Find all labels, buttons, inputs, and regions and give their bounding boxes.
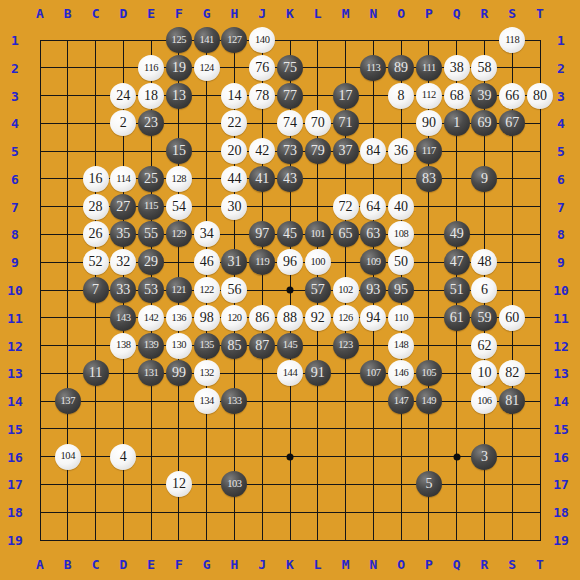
move-number: 105 <box>422 368 437 379</box>
stone-black-B14-move-137: 137 <box>55 388 81 414</box>
col-label-bottom-A: A <box>36 557 44 572</box>
stone-black-L10-move-57: 57 <box>305 277 331 303</box>
row-label-right-3: 3 <box>557 88 565 103</box>
stone-white-D12-move-138: 138 <box>110 333 136 359</box>
col-label-bottom-F: F <box>175 557 183 572</box>
move-number: 72 <box>339 200 353 214</box>
row-label-right-8: 8 <box>557 227 565 242</box>
stone-white-P3-move-112: 112 <box>416 83 442 109</box>
move-number: 34 <box>200 227 214 241</box>
row-label-left-18: 18 <box>7 505 23 520</box>
move-number: 85 <box>227 339 241 353</box>
stone-black-P2-move-111: 111 <box>416 55 442 81</box>
move-number: 37 <box>339 144 353 158</box>
stone-black-N13-move-107: 107 <box>360 360 386 386</box>
col-label-bottom-H: H <box>231 557 239 572</box>
stone-white-K4-move-74: 74 <box>277 110 303 136</box>
stone-black-F13-move-99: 99 <box>166 360 192 386</box>
move-number: 67 <box>505 116 519 130</box>
row-label-left-12: 12 <box>7 338 23 353</box>
stone-black-N2-move-113: 113 <box>360 55 386 81</box>
stone-white-K13-move-144: 144 <box>277 360 303 386</box>
move-number: 69 <box>477 116 491 130</box>
move-number: 48 <box>477 255 491 269</box>
move-number: 98 <box>200 311 214 325</box>
stone-white-R9-move-48: 48 <box>471 249 497 275</box>
move-number: 62 <box>477 339 491 353</box>
move-number: 64 <box>366 200 380 214</box>
row-label-right-18: 18 <box>553 505 569 520</box>
stone-white-D9-move-32: 32 <box>110 249 136 275</box>
move-number: 61 <box>450 311 464 325</box>
move-number: 89 <box>394 61 408 75</box>
stone-white-C8-move-26: 26 <box>83 221 109 247</box>
move-number: 108 <box>394 229 409 240</box>
move-number: 131 <box>144 368 159 379</box>
stone-white-G13-move-132: 132 <box>194 360 220 386</box>
move-number: 128 <box>172 174 187 185</box>
stone-black-M3-move-17: 17 <box>333 83 359 109</box>
stone-white-G11-move-98: 98 <box>194 305 220 331</box>
stone-white-E3-move-18: 18 <box>138 83 164 109</box>
stone-black-J8-move-97: 97 <box>249 221 275 247</box>
grid-line-v-T <box>540 40 541 541</box>
col-label-bottom-K: K <box>286 557 294 572</box>
col-label-top-E: E <box>147 6 155 21</box>
stone-white-M11-move-126: 126 <box>333 305 359 331</box>
move-number: 91 <box>311 366 325 380</box>
move-number: 146 <box>394 368 409 379</box>
stone-black-E6-move-25: 25 <box>138 166 164 192</box>
move-number: 96 <box>283 255 297 269</box>
move-number: 31 <box>227 255 241 269</box>
move-number: 126 <box>338 313 353 324</box>
stone-white-P4-move-90: 90 <box>416 110 442 136</box>
stone-white-H3-move-14: 14 <box>221 83 247 109</box>
stone-white-T3-move-80: 80 <box>527 83 553 109</box>
move-number: 137 <box>60 396 75 407</box>
move-number: 144 <box>283 368 298 379</box>
stone-black-S14-move-81: 81 <box>499 388 525 414</box>
stone-white-J1-move-140: 140 <box>249 27 275 53</box>
stone-black-E12-move-139: 139 <box>138 333 164 359</box>
move-number: 56 <box>227 283 241 297</box>
row-label-left-3: 3 <box>11 88 19 103</box>
move-number: 33 <box>116 283 130 297</box>
stone-black-Q4-move-1: 1 <box>444 110 470 136</box>
col-label-top-C: C <box>92 6 100 21</box>
row-label-left-10: 10 <box>7 283 23 298</box>
move-number: 11 <box>89 366 102 380</box>
stone-black-O2-move-89: 89 <box>388 55 414 81</box>
row-label-left-7: 7 <box>11 199 19 214</box>
move-number: 101 <box>310 229 325 240</box>
star-point-K16 <box>287 453 294 460</box>
col-label-top-D: D <box>119 6 127 21</box>
stone-black-K8-move-45: 45 <box>277 221 303 247</box>
stone-black-K3-move-77: 77 <box>277 83 303 109</box>
move-number: 52 <box>89 255 103 269</box>
stone-white-H5-move-20: 20 <box>221 138 247 164</box>
col-label-top-N: N <box>369 6 377 21</box>
stone-white-G9-move-46: 46 <box>194 249 220 275</box>
stone-black-L13-move-91: 91 <box>305 360 331 386</box>
stone-black-S4-move-67: 67 <box>499 110 525 136</box>
row-label-left-15: 15 <box>7 421 23 436</box>
move-number: 65 <box>339 227 353 241</box>
move-number: 104 <box>60 451 75 462</box>
stone-black-K6-move-43: 43 <box>277 166 303 192</box>
stone-black-E9-move-29: 29 <box>138 249 164 275</box>
col-label-bottom-E: E <box>147 557 155 572</box>
move-number: 123 <box>338 340 353 351</box>
stone-black-H12-move-85: 85 <box>221 333 247 359</box>
stone-white-O8-move-108: 108 <box>388 221 414 247</box>
move-number: 30 <box>227 200 241 214</box>
col-label-top-L: L <box>314 6 322 21</box>
stone-white-D4-move-2: 2 <box>110 110 136 136</box>
stone-white-G2-move-124: 124 <box>194 55 220 81</box>
move-number: 60 <box>505 311 519 325</box>
move-number: 95 <box>394 283 408 297</box>
move-number: 135 <box>199 340 214 351</box>
stone-black-D10-move-33: 33 <box>110 277 136 303</box>
col-label-top-F: F <box>175 6 183 21</box>
star-point-Q16 <box>453 453 460 460</box>
stone-white-J5-move-42: 42 <box>249 138 275 164</box>
move-number: 115 <box>144 201 158 212</box>
move-number: 134 <box>199 396 214 407</box>
col-label-bottom-Q: Q <box>453 557 461 572</box>
move-number: 141 <box>199 35 214 46</box>
move-number: 132 <box>199 368 214 379</box>
stone-black-K2-move-75: 75 <box>277 55 303 81</box>
grid-line-h-14 <box>40 401 541 402</box>
stone-white-R12-move-62: 62 <box>471 333 497 359</box>
move-number: 109 <box>366 257 381 268</box>
stone-white-S11-move-60: 60 <box>499 305 525 331</box>
stone-black-R11-move-59: 59 <box>471 305 497 331</box>
move-number: 38 <box>450 61 464 75</box>
move-number: 71 <box>339 116 353 130</box>
stone-black-E13-move-131: 131 <box>138 360 164 386</box>
move-number: 100 <box>310 257 325 268</box>
col-label-top-J: J <box>258 6 266 21</box>
move-number: 53 <box>144 283 158 297</box>
stone-white-K9-move-96: 96 <box>277 249 303 275</box>
move-number: 43 <box>283 172 297 186</box>
stone-white-C9-move-52: 52 <box>83 249 109 275</box>
move-number: 122 <box>199 285 214 296</box>
col-label-bottom-M: M <box>342 557 350 572</box>
stone-white-S13-move-82: 82 <box>499 360 525 386</box>
move-number: 78 <box>255 89 269 103</box>
move-number: 129 <box>172 229 187 240</box>
move-number: 107 <box>366 368 381 379</box>
stone-black-M8-move-65: 65 <box>333 221 359 247</box>
stone-white-G14-move-134: 134 <box>194 388 220 414</box>
move-number: 103 <box>227 479 242 490</box>
stone-white-L4-move-70: 70 <box>305 110 331 136</box>
stone-black-N10-move-93: 93 <box>360 277 386 303</box>
move-number: 58 <box>477 61 491 75</box>
stone-white-Q3-move-68: 68 <box>444 83 470 109</box>
stone-white-D16-move-4: 4 <box>110 444 136 470</box>
stone-white-J3-move-78: 78 <box>249 83 275 109</box>
stone-white-B16-move-104: 104 <box>55 444 81 470</box>
stone-black-P6-move-83: 83 <box>416 166 442 192</box>
move-number: 25 <box>144 172 158 186</box>
stone-black-Q8-move-49: 49 <box>444 221 470 247</box>
row-label-left-5: 5 <box>11 144 19 159</box>
move-number: 90 <box>422 116 436 130</box>
stone-white-F11-move-136: 136 <box>166 305 192 331</box>
move-number: 12 <box>172 477 186 491</box>
move-number: 114 <box>116 174 130 185</box>
row-label-right-19: 19 <box>553 533 569 548</box>
move-number: 47 <box>450 255 464 269</box>
move-number: 44 <box>227 172 241 186</box>
stone-black-L5-move-79: 79 <box>305 138 331 164</box>
row-label-right-15: 15 <box>553 421 569 436</box>
move-number: 35 <box>116 227 130 241</box>
stone-black-H1-move-127: 127 <box>221 27 247 53</box>
stone-white-M10-move-102: 102 <box>333 277 359 303</box>
move-number: 99 <box>172 366 186 380</box>
move-number: 139 <box>144 340 159 351</box>
stone-black-N8-move-63: 63 <box>360 221 386 247</box>
col-label-bottom-D: D <box>119 557 127 572</box>
stone-black-R6-move-9: 9 <box>471 166 497 192</box>
move-number: 15 <box>172 144 186 158</box>
stone-white-N5-move-84: 84 <box>360 138 386 164</box>
move-number: 133 <box>227 396 242 407</box>
row-label-right-13: 13 <box>553 366 569 381</box>
stone-black-D11-move-143: 143 <box>110 305 136 331</box>
row-label-left-2: 2 <box>11 60 19 75</box>
col-label-top-B: B <box>64 6 72 21</box>
move-number: 84 <box>366 144 380 158</box>
stone-black-E10-move-53: 53 <box>138 277 164 303</box>
row-label-left-9: 9 <box>11 255 19 270</box>
stone-black-Q10-move-51: 51 <box>444 277 470 303</box>
move-number: 118 <box>505 35 519 46</box>
stone-white-Q2-move-38: 38 <box>444 55 470 81</box>
move-number: 19 <box>172 61 186 75</box>
move-number: 149 <box>422 396 437 407</box>
col-label-bottom-C: C <box>92 557 100 572</box>
col-label-bottom-N: N <box>369 557 377 572</box>
move-number: 23 <box>144 116 158 130</box>
row-label-left-8: 8 <box>11 227 19 242</box>
grid-line-h-19 <box>40 540 541 541</box>
stone-black-J12-move-87: 87 <box>249 333 275 359</box>
stone-white-O3-move-8: 8 <box>388 83 414 109</box>
move-number: 76 <box>255 61 269 75</box>
move-number: 57 <box>311 283 325 297</box>
move-number: 145 <box>283 340 298 351</box>
stone-black-J9-move-119: 119 <box>249 249 275 275</box>
col-label-bottom-T: T <box>536 557 544 572</box>
move-number: 54 <box>172 200 186 214</box>
stone-black-F10-move-121: 121 <box>166 277 192 303</box>
grid-line-h-17 <box>40 484 541 485</box>
stone-white-F17-move-12: 12 <box>166 471 192 497</box>
move-number: 9 <box>481 172 488 186</box>
move-number: 32 <box>116 255 130 269</box>
move-number: 106 <box>477 396 492 407</box>
row-label-left-19: 19 <box>7 533 23 548</box>
row-label-right-12: 12 <box>553 338 569 353</box>
row-label-right-4: 4 <box>557 116 565 131</box>
move-number: 45 <box>283 227 297 241</box>
stone-white-N7-move-64: 64 <box>360 194 386 220</box>
row-label-left-17: 17 <box>7 477 23 492</box>
col-label-top-R: R <box>481 6 489 21</box>
stone-white-O5-move-36: 36 <box>388 138 414 164</box>
col-label-top-K: K <box>286 6 294 21</box>
stone-white-H6-move-44: 44 <box>221 166 247 192</box>
col-label-top-G: G <box>203 6 211 21</box>
stone-black-N9-move-109: 109 <box>360 249 386 275</box>
move-number: 82 <box>505 366 519 380</box>
row-label-right-11: 11 <box>553 310 569 325</box>
stone-white-C7-move-28: 28 <box>83 194 109 220</box>
stone-white-O9-move-50: 50 <box>388 249 414 275</box>
star-point-K10 <box>287 287 294 294</box>
move-number: 27 <box>116 200 130 214</box>
move-number: 143 <box>116 313 131 324</box>
move-number: 6 <box>481 283 488 297</box>
move-number: 77 <box>283 89 297 103</box>
stone-black-R4-move-69: 69 <box>471 110 497 136</box>
grid-line-v-A <box>40 40 41 541</box>
row-label-right-6: 6 <box>557 171 565 186</box>
stone-white-E2-move-116: 116 <box>138 55 164 81</box>
move-number: 92 <box>311 311 325 325</box>
stone-white-H4-move-22: 22 <box>221 110 247 136</box>
grid-line-v-J <box>262 40 263 541</box>
move-number: 116 <box>144 63 158 74</box>
row-label-right-5: 5 <box>557 144 565 159</box>
stone-white-H11-move-120: 120 <box>221 305 247 331</box>
move-number: 55 <box>144 227 158 241</box>
stone-black-F5-move-15: 15 <box>166 138 192 164</box>
move-number: 8 <box>398 89 405 103</box>
move-number: 142 <box>144 313 159 324</box>
move-number: 14 <box>227 89 241 103</box>
stone-black-P14-move-149: 149 <box>416 388 442 414</box>
stone-white-F6-move-128: 128 <box>166 166 192 192</box>
stone-black-C13-move-11: 11 <box>83 360 109 386</box>
stone-black-K12-move-145: 145 <box>277 333 303 359</box>
stone-white-N11-move-94: 94 <box>360 305 386 331</box>
stone-white-O7-move-40: 40 <box>388 194 414 220</box>
stone-black-M4-move-71: 71 <box>333 110 359 136</box>
stone-black-M5-move-37: 37 <box>333 138 359 164</box>
move-number: 124 <box>199 63 214 74</box>
stone-black-R16-move-3: 3 <box>471 444 497 470</box>
move-number: 88 <box>283 311 297 325</box>
move-number: 130 <box>172 340 187 351</box>
move-number: 39 <box>477 89 491 103</box>
move-number: 10 <box>477 366 491 380</box>
stone-white-L11-move-92: 92 <box>305 305 331 331</box>
row-label-left-16: 16 <box>7 449 23 464</box>
move-number: 7 <box>92 283 99 297</box>
move-number: 3 <box>481 450 488 464</box>
row-label-right-14: 14 <box>553 394 569 409</box>
move-number: 18 <box>144 89 158 103</box>
stone-black-H9-move-31: 31 <box>221 249 247 275</box>
stone-white-J11-move-86: 86 <box>249 305 275 331</box>
stone-black-D8-move-35: 35 <box>110 221 136 247</box>
move-number: 51 <box>450 283 464 297</box>
col-label-bottom-S: S <box>508 557 516 572</box>
row-label-right-7: 7 <box>557 199 565 214</box>
move-number: 113 <box>366 63 380 74</box>
stone-black-P5-move-117: 117 <box>416 138 442 164</box>
go-board: AABBCCDDEEFFGGHHJJKKLLMMNNOOPPQQRRSSTT11… <box>0 0 580 580</box>
move-number: 110 <box>394 313 408 324</box>
move-number: 36 <box>394 144 408 158</box>
col-label-top-P: P <box>425 6 433 21</box>
move-number: 117 <box>422 146 436 157</box>
stone-white-S1-move-118: 118 <box>499 27 525 53</box>
move-number: 46 <box>200 255 214 269</box>
move-number: 148 <box>394 340 409 351</box>
stone-white-R10-move-6: 6 <box>471 277 497 303</box>
row-label-left-14: 14 <box>7 394 23 409</box>
move-number: 81 <box>505 394 519 408</box>
stone-white-O13-move-146: 146 <box>388 360 414 386</box>
col-label-top-A: A <box>36 6 44 21</box>
stone-white-F12-move-130: 130 <box>166 333 192 359</box>
stone-white-O11-move-110: 110 <box>388 305 414 331</box>
stone-black-H14-move-133: 133 <box>221 388 247 414</box>
move-number: 120 <box>227 313 242 324</box>
col-label-top-S: S <box>508 6 516 21</box>
move-number: 136 <box>172 313 187 324</box>
stone-white-G8-move-34: 34 <box>194 221 220 247</box>
stone-white-H10-move-56: 56 <box>221 277 247 303</box>
stone-white-S3-move-66: 66 <box>499 83 525 109</box>
move-number: 127 <box>227 35 242 46</box>
move-number: 94 <box>366 311 380 325</box>
move-number: 29 <box>144 255 158 269</box>
move-number: 86 <box>255 311 269 325</box>
move-number: 50 <box>394 255 408 269</box>
stone-white-E11-move-142: 142 <box>138 305 164 331</box>
move-number: 83 <box>422 172 436 186</box>
stone-white-K11-move-88: 88 <box>277 305 303 331</box>
move-number: 79 <box>311 144 325 158</box>
col-label-bottom-P: P <box>425 557 433 572</box>
row-label-left-11: 11 <box>7 310 23 325</box>
move-number: 74 <box>283 116 297 130</box>
move-number: 1 <box>453 116 460 130</box>
grid-line-h-15 <box>40 428 541 429</box>
stone-white-D6-move-114: 114 <box>110 166 136 192</box>
col-label-bottom-L: L <box>314 557 322 572</box>
stone-black-F8-move-129: 129 <box>166 221 192 247</box>
stone-black-O10-move-95: 95 <box>388 277 414 303</box>
move-number: 138 <box>116 340 131 351</box>
stone-black-M12-move-123: 123 <box>333 333 359 359</box>
stone-white-O12-move-148: 148 <box>388 333 414 359</box>
col-label-bottom-G: G <box>203 557 211 572</box>
col-label-top-H: H <box>231 6 239 21</box>
